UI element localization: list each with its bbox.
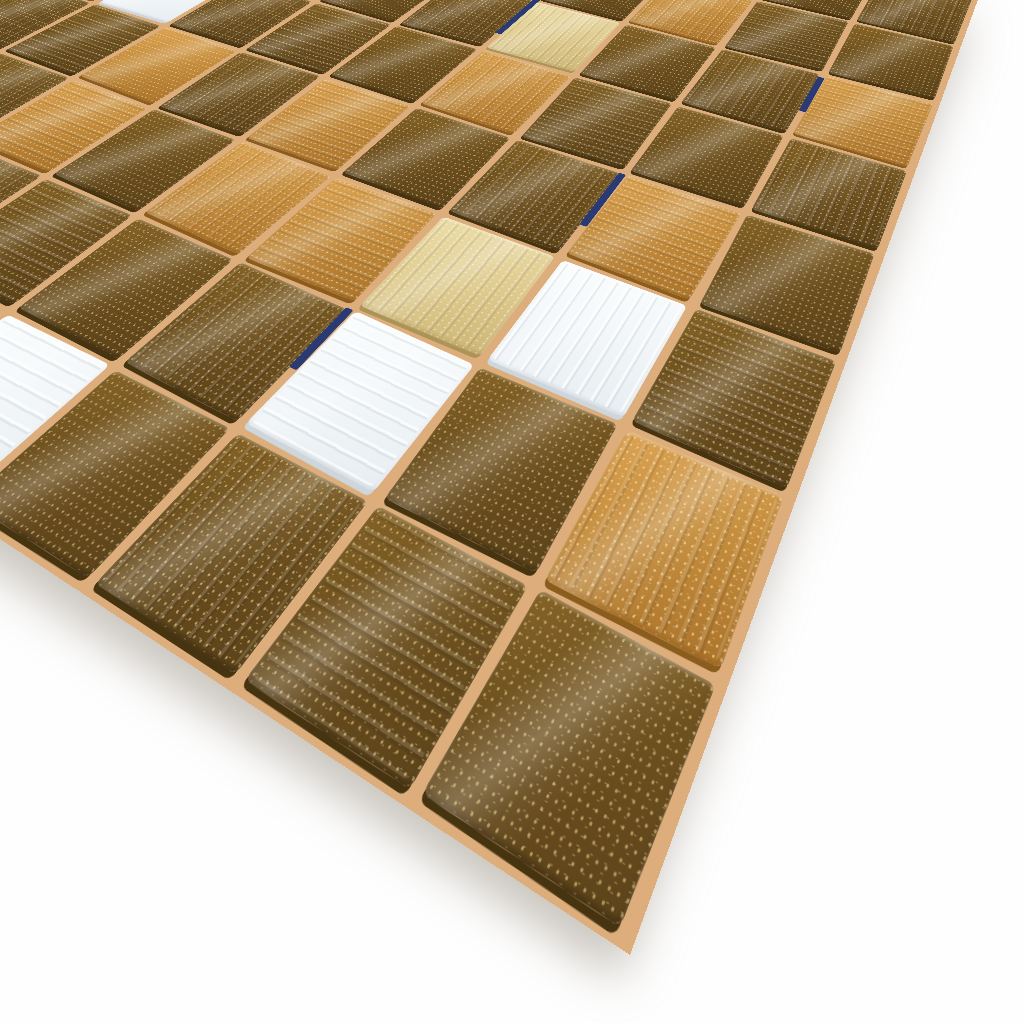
camera-perspective-wrapper xyxy=(0,0,1024,1024)
mosaic-tile-sheet xyxy=(0,0,979,955)
photo-background xyxy=(0,0,1024,1024)
